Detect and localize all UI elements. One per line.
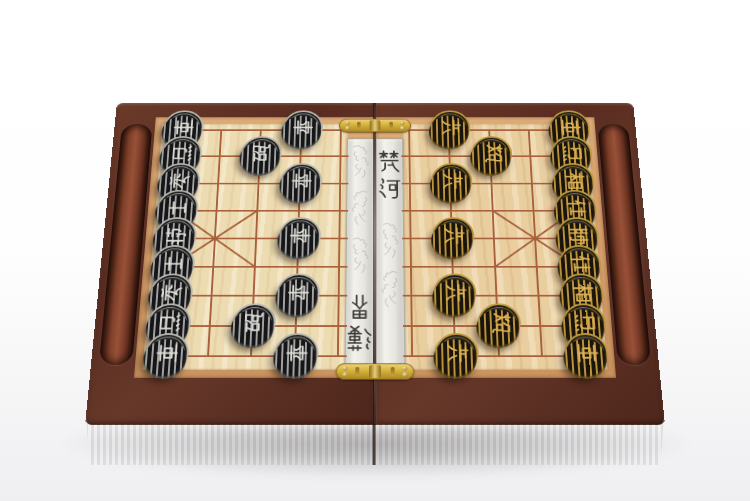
piece-character: [564, 198, 589, 218]
box-front-edge: [85, 424, 665, 465]
piece-character: [443, 282, 467, 303]
piece-character: [480, 143, 504, 162]
piece-black-soldier[interactable]: [281, 163, 322, 198]
piece-character: [250, 143, 274, 162]
piece-character: [159, 282, 184, 303]
piece-character: [172, 118, 196, 137]
piece-character: [288, 225, 312, 246]
piece-character: [290, 171, 313, 191]
piece-character: [292, 118, 315, 137]
piece-black-soldier[interactable]: [277, 274, 320, 312]
piece-character: [574, 341, 600, 363]
piece-black-cannon[interactable]: [232, 303, 276, 342]
piece-character: [440, 171, 463, 191]
piece-red-chariot[interactable]: [564, 333, 610, 372]
piece-character: [170, 143, 194, 162]
piece-red-soldier[interactable]: [433, 217, 475, 253]
piece-red-cannon[interactable]: [478, 303, 522, 342]
piece-character: [161, 253, 186, 274]
piece-character: [572, 312, 598, 334]
piece-black-chariot[interactable]: [144, 333, 190, 372]
piece-character: [562, 171, 586, 191]
piece-character: [157, 312, 183, 334]
piece-character: [569, 282, 594, 303]
piece-character: [487, 312, 512, 334]
piece-character: [286, 282, 310, 303]
piece-character: [566, 225, 591, 246]
piece-character: [442, 225, 466, 246]
piece-black-soldier[interactable]: [283, 110, 323, 143]
photo-background: [0, 0, 750, 501]
piece-black-soldier[interactable]: [275, 333, 319, 372]
piece-character: [284, 341, 309, 363]
xiangqi-box: [85, 103, 665, 425]
piece-red-cannon[interactable]: [471, 136, 512, 170]
piece-character: [444, 341, 469, 363]
piece-character: [163, 225, 188, 246]
piece-black-soldier[interactable]: [279, 217, 321, 253]
piece-red-soldier[interactable]: [430, 110, 470, 143]
piece-character: [168, 171, 192, 191]
piece-character: [560, 143, 584, 162]
piece-character: [154, 341, 180, 363]
piece-character: [567, 253, 592, 274]
piece-character: [439, 118, 462, 137]
piece-red-soldier[interactable]: [435, 333, 479, 372]
piece-red-soldier[interactable]: [431, 163, 472, 198]
piece-character: [242, 312, 267, 334]
piece-character: [165, 198, 190, 218]
piece-red-soldier[interactable]: [434, 274, 477, 312]
piece-layer: [85, 103, 665, 425]
piece-character: [558, 118, 582, 137]
piece-black-cannon[interactable]: [241, 136, 282, 170]
